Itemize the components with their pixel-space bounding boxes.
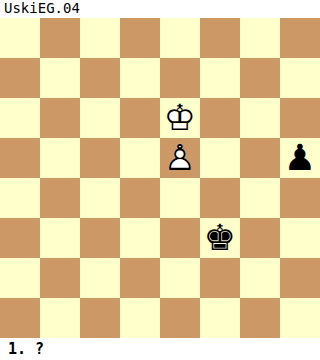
white-king-glyph: ♔: [160, 98, 200, 138]
square-d1[interactable]: [120, 298, 160, 338]
square-c8[interactable]: [80, 18, 120, 58]
square-h2[interactable]: [280, 258, 320, 298]
black-pawn-icon[interactable]: ♟: [280, 138, 320, 178]
square-f5[interactable]: [200, 138, 240, 178]
square-a2[interactable]: [0, 258, 40, 298]
square-e8[interactable]: [160, 18, 200, 58]
diagram-title: UskiEG.04: [0, 0, 320, 18]
chess-board: ♚♔♟♙♟♚: [0, 18, 320, 338]
square-h6[interactable]: [280, 98, 320, 138]
square-a7[interactable]: [0, 58, 40, 98]
square-f4[interactable]: [200, 178, 240, 218]
square-f8[interactable]: [200, 18, 240, 58]
square-b6[interactable]: [40, 98, 80, 138]
square-e7[interactable]: [160, 58, 200, 98]
square-a4[interactable]: [0, 178, 40, 218]
square-f7[interactable]: [200, 58, 240, 98]
square-e6[interactable]: ♚♔: [160, 98, 200, 138]
square-g1[interactable]: [240, 298, 280, 338]
square-a1[interactable]: [0, 298, 40, 338]
square-d3[interactable]: [120, 218, 160, 258]
square-b5[interactable]: [40, 138, 80, 178]
square-e1[interactable]: [160, 298, 200, 338]
square-d2[interactable]: [120, 258, 160, 298]
square-h1[interactable]: [280, 298, 320, 338]
square-f3[interactable]: ♚: [200, 218, 240, 258]
square-h5[interactable]: ♟: [280, 138, 320, 178]
square-b4[interactable]: [40, 178, 80, 218]
square-g3[interactable]: [240, 218, 280, 258]
move-prompt: 1. ?: [0, 338, 320, 360]
black-king-icon[interactable]: ♚: [200, 218, 240, 258]
white-pawn-icon[interactable]: ♟♙: [160, 138, 200, 178]
square-g8[interactable]: [240, 18, 280, 58]
square-g6[interactable]: [240, 98, 280, 138]
square-c7[interactable]: [80, 58, 120, 98]
square-d7[interactable]: [120, 58, 160, 98]
square-c5[interactable]: [80, 138, 120, 178]
square-g4[interactable]: [240, 178, 280, 218]
square-d6[interactable]: [120, 98, 160, 138]
square-c4[interactable]: [80, 178, 120, 218]
square-d4[interactable]: [120, 178, 160, 218]
square-d5[interactable]: [120, 138, 160, 178]
square-b3[interactable]: [40, 218, 80, 258]
square-e2[interactable]: [160, 258, 200, 298]
square-a6[interactable]: [0, 98, 40, 138]
black-king-glyph: ♚: [200, 218, 240, 258]
square-b8[interactable]: [40, 18, 80, 58]
square-a5[interactable]: [0, 138, 40, 178]
square-b2[interactable]: [40, 258, 80, 298]
square-h7[interactable]: [280, 58, 320, 98]
square-c1[interactable]: [80, 298, 120, 338]
square-e4[interactable]: [160, 178, 200, 218]
square-c2[interactable]: [80, 258, 120, 298]
square-c6[interactable]: [80, 98, 120, 138]
black-pawn-glyph: ♟: [280, 138, 320, 178]
square-g2[interactable]: [240, 258, 280, 298]
white-king-icon[interactable]: ♚♔: [160, 98, 200, 138]
square-g7[interactable]: [240, 58, 280, 98]
square-f6[interactable]: [200, 98, 240, 138]
square-b7[interactable]: [40, 58, 80, 98]
square-d8[interactable]: [120, 18, 160, 58]
square-e3[interactable]: [160, 218, 200, 258]
square-b1[interactable]: [40, 298, 80, 338]
white-pawn-glyph: ♙: [160, 138, 200, 178]
square-f1[interactable]: [200, 298, 240, 338]
square-h8[interactable]: [280, 18, 320, 58]
square-a3[interactable]: [0, 218, 40, 258]
square-h3[interactable]: [280, 218, 320, 258]
square-h4[interactable]: [280, 178, 320, 218]
square-c3[interactable]: [80, 218, 120, 258]
square-e5[interactable]: ♟♙: [160, 138, 200, 178]
square-g5[interactable]: [240, 138, 280, 178]
square-a8[interactable]: [0, 18, 40, 58]
square-f2[interactable]: [200, 258, 240, 298]
